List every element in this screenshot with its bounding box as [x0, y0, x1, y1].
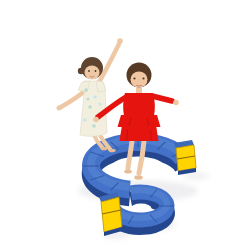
- face: [131, 72, 148, 88]
- balance-beam-lower-arc: [99, 190, 174, 237]
- red-dress: [118, 93, 161, 141]
- raised-hand: [117, 38, 123, 44]
- neck: [136, 88, 142, 93]
- hand: [93, 117, 99, 123]
- sleeve-arm: [152, 96, 172, 101]
- sleeve: [96, 81, 106, 92]
- end-cap-left: [99, 192, 122, 236]
- eye: [95, 70, 97, 72]
- foot: [124, 170, 132, 174]
- foot: [134, 175, 142, 179]
- hand: [57, 106, 62, 111]
- foot: [101, 147, 108, 151]
- hand: [173, 100, 179, 106]
- outstretched-arm: [61, 90, 86, 107]
- pigtail: [78, 68, 84, 74]
- foot: [109, 149, 116, 153]
- child-back: [57, 38, 123, 152]
- eye: [133, 77, 135, 79]
- scene-illustration: [0, 0, 250, 250]
- eye: [88, 70, 90, 72]
- eye: [142, 77, 144, 79]
- product-photo: [0, 0, 250, 250]
